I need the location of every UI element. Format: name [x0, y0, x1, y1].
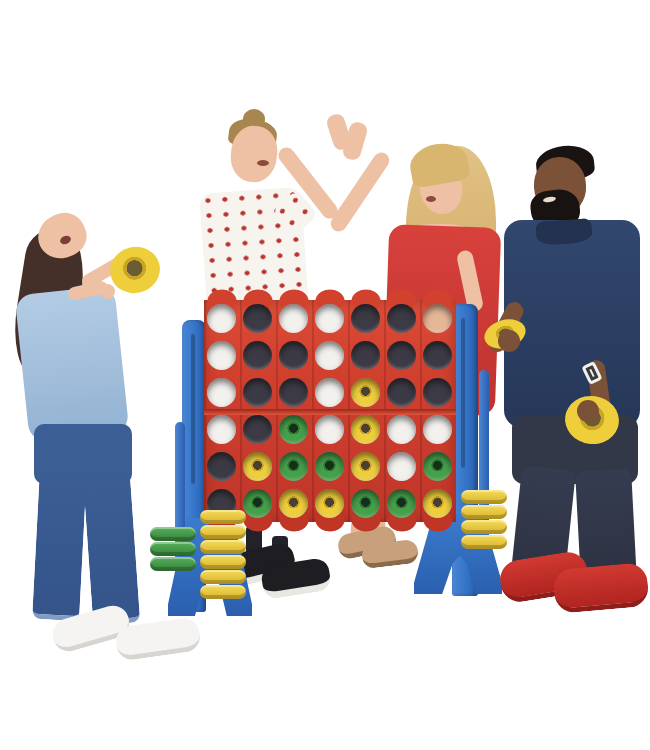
cell-col5-row5[interactable] [348, 448, 384, 485]
cell-col6-row6[interactable] [384, 485, 420, 522]
empty-hole [279, 341, 308, 370]
cell-col1-row2[interactable] [204, 337, 240, 374]
empty-hole [207, 452, 236, 481]
empty-hole [279, 304, 308, 333]
cell-col5-row1[interactable] [348, 300, 384, 337]
blonde-woman-arm [328, 149, 393, 234]
empty-hole [423, 415, 452, 444]
left-woman-hand [100, 284, 115, 299]
yellow-storage-ring[interactable] [200, 540, 246, 554]
empty-hole [207, 415, 236, 444]
cell-col2-row2[interactable] [240, 337, 276, 374]
post-groove [191, 334, 195, 484]
cell-col7-row3[interactable] [420, 374, 456, 411]
green-disc [243, 489, 272, 518]
cell-col1-row5[interactable] [204, 448, 240, 485]
cell-col4-row3[interactable] [312, 374, 348, 411]
yellow-storage-ring[interactable] [200, 525, 246, 539]
cell-col7-row4[interactable] [420, 411, 456, 448]
cell-col1-row3[interactable] [204, 374, 240, 411]
empty-hole [387, 304, 416, 333]
empty-hole [243, 341, 272, 370]
yellow-storage-ring[interactable] [461, 505, 507, 519]
yellow-storage-ring[interactable] [461, 535, 507, 549]
green-storage-ring[interactable] [150, 542, 196, 556]
cell-col6-row3[interactable] [384, 374, 420, 411]
yellow-disc-stack-left[interactable] [200, 510, 246, 599]
cell-col1-row4[interactable] [204, 411, 240, 448]
cell-col6-row1[interactable] [384, 300, 420, 337]
cell-col3-row1[interactable] [276, 300, 312, 337]
right-man-left-hand [577, 400, 599, 422]
empty-hole [423, 378, 452, 407]
yellow-disc [243, 452, 272, 481]
green-disc [279, 415, 308, 444]
empty-hole [207, 304, 236, 333]
cell-col3-row4[interactable] [276, 411, 312, 448]
green-disc [423, 452, 452, 481]
empty-hole [387, 415, 416, 444]
blonde-woman-mouth [426, 196, 436, 202]
cell-col2-row3[interactable] [240, 374, 276, 411]
yellow-disc [351, 415, 380, 444]
left-woman-blue-top [15, 285, 130, 443]
cell-col2-row4[interactable] [240, 411, 276, 448]
post-groove [461, 318, 465, 468]
cell-col6-row5[interactable] [384, 448, 420, 485]
green-disc [351, 489, 380, 518]
cell-col3-row6[interactable] [276, 485, 312, 522]
empty-hole [423, 304, 452, 333]
cell-col6-row4[interactable] [384, 411, 420, 448]
cell-col4-row4[interactable] [312, 411, 348, 448]
empty-hole [243, 415, 272, 444]
left-woman-jeans-leg [83, 471, 140, 626]
cell-col4-row6[interactable] [312, 485, 348, 522]
cell-col5-row4[interactable] [348, 411, 384, 448]
green-disc [279, 452, 308, 481]
yellow-disc-stack-right[interactable] [461, 490, 507, 549]
right-man-red-sneaker [552, 562, 649, 614]
cell-col7-row6[interactable] [420, 485, 456, 522]
cell-col4-row2[interactable] [312, 337, 348, 374]
yellow-disc [351, 378, 380, 407]
right-man-navy-polo [504, 220, 640, 428]
yellow-storage-ring[interactable] [461, 490, 507, 504]
green-disc [315, 452, 344, 481]
cell-col2-row5[interactable] [240, 448, 276, 485]
right-man-hand [498, 330, 520, 352]
cell-col5-row6[interactable] [348, 485, 384, 522]
yellow-storage-ring[interactable] [461, 520, 507, 534]
empty-hole [243, 378, 272, 407]
yellow-disc [351, 452, 380, 481]
cell-col3-row2[interactable] [276, 337, 312, 374]
empty-hole [315, 341, 344, 370]
yellow-storage-ring[interactable] [200, 570, 246, 584]
empty-hole [351, 341, 380, 370]
cell-col2-row1[interactable] [240, 300, 276, 337]
empty-hole [279, 378, 308, 407]
empty-hole [207, 378, 236, 407]
green-storage-ring[interactable] [150, 527, 196, 541]
empty-hole [315, 378, 344, 407]
empty-hole [423, 341, 452, 370]
cell-col7-row2[interactable] [420, 337, 456, 374]
cell-col6-row2[interactable] [384, 337, 420, 374]
green-storage-ring[interactable] [150, 557, 196, 571]
cell-col1-row1[interactable] [204, 300, 240, 337]
empty-hole [387, 341, 416, 370]
empty-hole [315, 304, 344, 333]
cell-col3-row3[interactable] [276, 374, 312, 411]
cell-col7-row5[interactable] [420, 448, 456, 485]
yellow-disc [279, 489, 308, 518]
cell-col7-row1[interactable] [420, 300, 456, 337]
empty-hole [207, 341, 236, 370]
product-photo-scene [0, 0, 650, 750]
cell-col5-row3[interactable] [348, 374, 384, 411]
empty-hole [243, 304, 272, 333]
empty-hole [387, 378, 416, 407]
left-woman-jeans-leg [32, 467, 87, 621]
yellow-disc [315, 489, 344, 518]
yellow-storage-ring[interactable] [200, 585, 246, 599]
green-disc [387, 489, 416, 518]
empty-hole [315, 415, 344, 444]
connect-four-board[interactable] [204, 300, 456, 522]
yellow-storage-ring[interactable] [200, 510, 246, 524]
cell-col3-row5[interactable] [276, 448, 312, 485]
empty-hole [351, 304, 380, 333]
cell-col5-row2[interactable] [348, 337, 384, 374]
empty-hole [387, 452, 416, 481]
green-disc-stack[interactable] [150, 527, 196, 571]
cell-col4-row5[interactable] [312, 448, 348, 485]
yellow-storage-ring[interactable] [200, 555, 246, 569]
yellow-disc [423, 489, 452, 518]
cell-col4-row1[interactable] [312, 300, 348, 337]
center-man-mouth [257, 160, 269, 166]
